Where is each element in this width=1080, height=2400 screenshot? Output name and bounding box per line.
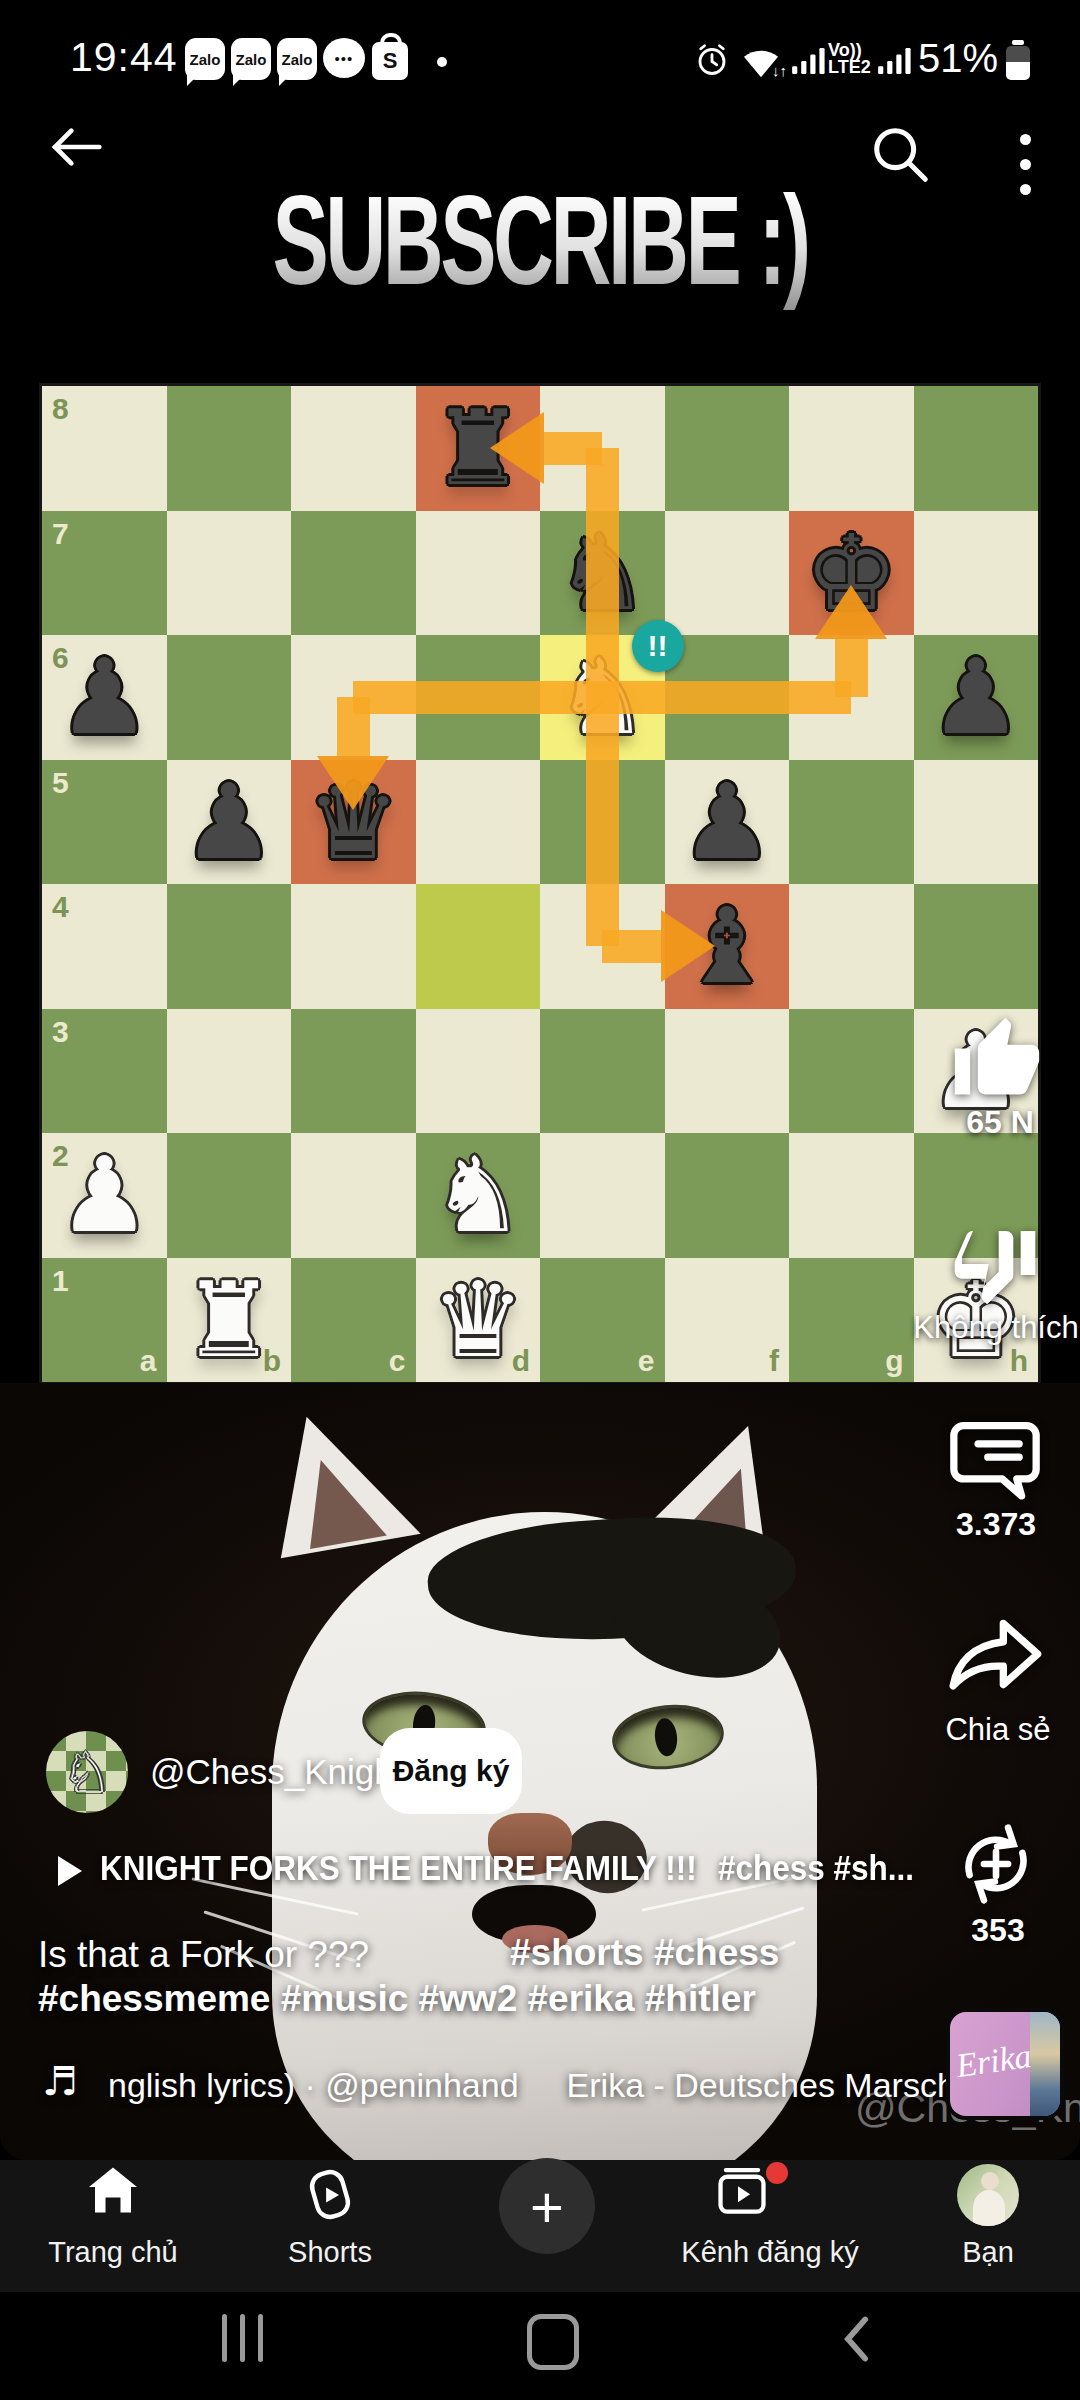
square-a7: 7 — [42, 511, 167, 636]
white-queen-d1: ♛ — [416, 1258, 541, 1383]
black-pawn-b5: ♟ — [167, 760, 292, 885]
square-g8 — [789, 386, 914, 511]
square-c2 — [291, 1133, 416, 1258]
black-pawn-a6: ♟ — [42, 635, 167, 760]
square-a1: 1a — [42, 1258, 167, 1383]
rank-label: 1 — [52, 1264, 69, 1298]
move-arrow-segment — [337, 697, 370, 756]
chess-board: 8♜7♞♚6♟♞♟5♟♛♟4♝3♟2♟♞1ab♜cd♛efgh♚!! — [42, 386, 1038, 1382]
share-button[interactable] — [947, 1612, 1045, 1700]
white-pawn-a2: ♟ — [42, 1133, 167, 1258]
nav-home[interactable]: Trang chủ — [48, 2236, 178, 2269]
square-d7 — [416, 511, 541, 636]
file-label: a — [140, 1344, 157, 1378]
music-marquee[interactable]: nglish lyrics) · @peninhand Erika - Deut… — [108, 2062, 952, 2108]
audio-thumbnail-title: Erika — [954, 2037, 1034, 2085]
move-arrow-segment — [586, 697, 619, 946]
rank-label: 7 — [52, 517, 69, 551]
move-arrow-head — [815, 585, 887, 639]
move-arrow-segment — [353, 681, 602, 714]
zalo-notification-icon: Zalo — [185, 38, 225, 80]
black-pawn-h6: ♟ — [914, 635, 1039, 760]
move-arrow-head — [490, 412, 544, 484]
subscribe-button[interactable]: Đăng ký — [380, 1728, 522, 1814]
square-b3 — [167, 1009, 292, 1134]
description-line1: Is that a Fork or ??? — [38, 1934, 369, 1976]
square-a3: 3 — [42, 1009, 167, 1134]
square-f2 — [665, 1133, 790, 1258]
square-b1: b♜ — [167, 1258, 292, 1383]
cat-ear-inner — [295, 1451, 387, 1549]
move-arrow-segment — [586, 448, 619, 697]
square-h4 — [914, 884, 1039, 1009]
dislike-button[interactable] — [951, 1220, 1039, 1312]
battery-percent: 51% — [918, 36, 998, 81]
chat-notification-icon: ••• — [323, 38, 365, 78]
recents-icon[interactable] — [240, 2314, 245, 2362]
move-arrow-segment — [835, 639, 868, 698]
profile-avatar[interactable] — [957, 2164, 1019, 2226]
move-arrow-segment — [602, 681, 851, 714]
notification-dot-icon — [437, 57, 447, 67]
nav-you[interactable]: Bạn — [962, 2236, 1014, 2269]
square-c7 — [291, 511, 416, 636]
square-b6 — [167, 635, 292, 760]
square-b2 — [167, 1133, 292, 1258]
square-e1: e — [540, 1258, 665, 1383]
create-button[interactable]: + — [499, 2158, 595, 2254]
recents-icon[interactable] — [222, 2314, 227, 2362]
video-title-tags[interactable]: #chess #sh... — [718, 1848, 914, 1888]
square-g3 — [789, 1009, 914, 1134]
square-b5: ♟ — [167, 760, 292, 885]
share-label: Chia sẻ — [945, 1712, 1050, 1748]
square-c1: c — [291, 1258, 416, 1383]
square-h7 — [914, 511, 1039, 636]
file-label: e — [638, 1344, 655, 1378]
back-gesture-icon[interactable] — [842, 2316, 870, 2366]
file-label: g — [885, 1344, 903, 1378]
bottom-nav-bar: Trang chủ Shorts + Kênh đăng ký Bạn — [0, 2160, 1080, 2292]
square-g5 — [789, 760, 914, 885]
rank-label: 3 — [52, 1015, 69, 1049]
square-f5: ♟ — [665, 760, 790, 885]
clock-time: 19:44 — [70, 34, 178, 81]
volte-indicator: Vo))LTE2 — [828, 42, 871, 76]
square-e2 — [540, 1133, 665, 1258]
square-b4 — [167, 884, 292, 1009]
file-label: f — [769, 1344, 779, 1378]
square-f3 — [665, 1009, 790, 1134]
square-d5 — [416, 760, 541, 885]
notification-red-dot — [766, 2162, 788, 2184]
subscribe-overlay-text: SUBSCRIBE :) — [272, 168, 807, 313]
file-label: c — [389, 1344, 406, 1378]
black-pawn-f5: ♟ — [665, 760, 790, 885]
nav-shorts[interactable]: Shorts — [288, 2236, 372, 2269]
square-g1: g — [789, 1258, 914, 1383]
square-a5: 5 — [42, 760, 167, 885]
square-c8 — [291, 386, 416, 511]
channel-avatar[interactable]: ♘ — [46, 1731, 128, 1813]
more-options-icon[interactable] — [1020, 120, 1031, 209]
music-track: Erika - Deutsches Marschlied (Ge — [567, 2066, 952, 2105]
like-count: 65 N — [966, 1104, 1034, 1141]
home-icon[interactable] — [86, 2166, 140, 2218]
square-a2: 2♟ — [42, 1133, 167, 1258]
description-line2-tags[interactable]: #chessmeme #music #ww2 #erika #hitler — [38, 1978, 756, 2020]
shorts-icon[interactable] — [304, 2166, 356, 2227]
video-title[interactable]: KNIGHT FORKS THE ENTIRE FAMILY !!! — [100, 1848, 697, 1888]
square-c4 — [291, 884, 416, 1009]
subscriptions-icon[interactable] — [715, 2166, 769, 2221]
square-d3 — [416, 1009, 541, 1134]
square-g4 — [789, 884, 914, 1009]
square-h6: ♟ — [914, 635, 1039, 760]
recents-icon[interactable] — [258, 2314, 263, 2362]
rank-label: 8 — [52, 392, 69, 426]
square-d2: ♞ — [416, 1133, 541, 1258]
home-gesture-icon[interactable] — [527, 2314, 579, 2370]
remix-count: 353 — [971, 1912, 1024, 1949]
like-button[interactable] — [951, 1014, 1043, 1110]
rank-label: 5 — [52, 766, 69, 800]
white-rook-b1: ♜ — [167, 1258, 292, 1383]
rank-label: 4 — [52, 890, 69, 924]
back-button[interactable] — [48, 126, 104, 172]
audio-thumbnail-art — [1030, 2012, 1060, 2116]
zalo-notification-icon: Zalo — [231, 38, 271, 80]
wifi-arrows-icon: ↓↑ — [772, 62, 787, 79]
comments-button[interactable] — [949, 1418, 1041, 1510]
remix-button[interactable] — [952, 1820, 1040, 1912]
square-e3 — [540, 1009, 665, 1134]
signal-bars-icon — [792, 48, 826, 78]
square-a8: 8 — [42, 386, 167, 511]
square-d1: d♛ — [416, 1258, 541, 1383]
square-h5 — [914, 760, 1039, 885]
square-a6: 6♟ — [42, 635, 167, 760]
audio-thumbnail[interactable]: Erika — [950, 2012, 1060, 2116]
square-b7 — [167, 511, 292, 636]
zalo-notification-icon: Zalo — [277, 38, 317, 80]
music-note-icon: ♬ — [42, 2058, 78, 2104]
nav-subscriptions[interactable]: Kênh đăng ký — [681, 2236, 858, 2269]
battery-icon — [1006, 46, 1030, 80]
alarm-icon — [694, 42, 730, 82]
square-f1: f — [665, 1258, 790, 1383]
description-line1-tags[interactable]: #shorts #chess — [510, 1932, 779, 1974]
signal-bars-icon — [878, 48, 912, 78]
move-arrow-head — [661, 910, 715, 982]
shopee-notification-icon: S — [372, 42, 408, 80]
move-arrow-segment — [602, 930, 661, 963]
square-g2 — [789, 1133, 914, 1258]
square-f8 — [665, 386, 790, 511]
comments-count: 3.373 — [956, 1506, 1036, 1543]
search-icon[interactable] — [868, 122, 934, 192]
square-b8 — [167, 386, 292, 511]
brilliant-move-badge: !! — [632, 620, 684, 672]
square-d4 — [416, 884, 541, 1009]
square-c3 — [291, 1009, 416, 1134]
white-knight-d2: ♞ — [416, 1133, 541, 1258]
square-h8 — [914, 386, 1039, 511]
square-f7 — [665, 511, 790, 636]
channel-handle[interactable]: @Chess_Knight — [150, 1752, 403, 1792]
move-arrow-head — [317, 756, 389, 810]
dislike-label: Không thích — [913, 1310, 1078, 1346]
play-icon — [58, 1856, 82, 1886]
music-credit: nglish lyrics) · @peninhand — [108, 2066, 519, 2105]
phone-screen: 19:44 Zalo Zalo Zalo ••• S ↓↑ Vo))LTE2 5… — [0, 0, 1080, 2400]
square-a4: 4 — [42, 884, 167, 1009]
move-arrow-segment — [544, 432, 603, 465]
